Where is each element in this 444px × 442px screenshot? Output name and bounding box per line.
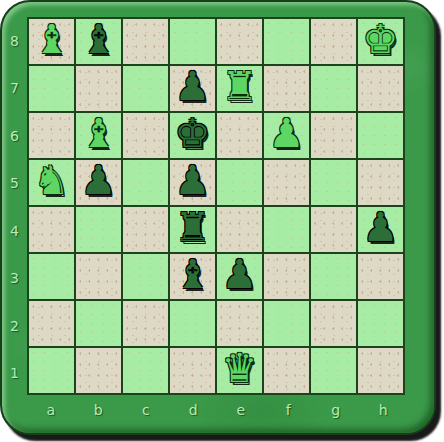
square-h6[interactable] (358, 113, 403, 158)
rank-label-3: 3 (2, 255, 27, 303)
square-e4[interactable] (217, 207, 262, 252)
rank-label-2: 2 (2, 302, 27, 350)
white-pawn-f6[interactable]: ♟ (269, 111, 305, 156)
square-c5[interactable] (123, 160, 168, 205)
square-d4[interactable]: ♜ (170, 207, 215, 252)
rank-label-6: 6 (2, 112, 27, 160)
square-d3[interactable]: ♝ (170, 254, 215, 299)
square-e3[interactable]: ♟ (217, 254, 262, 299)
square-d7[interactable]: ♟ (170, 66, 215, 111)
file-label-b: b (75, 395, 123, 425)
white-bishop-b6[interactable]: ♝ (81, 111, 117, 156)
square-c3[interactable] (123, 254, 168, 299)
square-e7[interactable]: ♜ (217, 66, 262, 111)
square-e2[interactable] (217, 301, 262, 346)
square-g4[interactable] (311, 207, 356, 252)
black-bishop-d3[interactable]: ♝ (175, 252, 211, 297)
square-e1[interactable]: ♛ (217, 348, 262, 393)
file-label-d: d (170, 395, 218, 425)
white-knight-a5[interactable]: ♞ (34, 158, 70, 203)
square-h2[interactable] (358, 301, 403, 346)
chess-app-window: 87654321 abcdefgh ♝♝♚♟♜♝♚♟♞♟♟♜♟♝♟♛ (0, 0, 444, 442)
square-a7[interactable] (29, 66, 74, 111)
rank-label-8: 8 (2, 17, 27, 65)
black-bishop-b8[interactable]: ♝ (81, 17, 117, 62)
file-label-a: a (27, 395, 75, 425)
white-king-h8[interactable]: ♚ (363, 17, 399, 62)
black-king-d6[interactable]: ♚ (175, 111, 211, 156)
square-d1[interactable] (170, 348, 215, 393)
square-a3[interactable] (29, 254, 74, 299)
square-g7[interactable] (311, 66, 356, 111)
file-label-h: h (360, 395, 408, 425)
square-d6[interactable]: ♚ (170, 113, 215, 158)
rank-label-5: 5 (2, 160, 27, 208)
file-label-e: e (217, 395, 265, 425)
square-g1[interactable] (311, 348, 356, 393)
square-c7[interactable] (123, 66, 168, 111)
black-pawn-b5[interactable]: ♟ (81, 158, 117, 203)
square-f2[interactable] (264, 301, 309, 346)
square-b5[interactable]: ♟ (76, 160, 121, 205)
square-g6[interactable] (311, 113, 356, 158)
square-f7[interactable] (264, 66, 309, 111)
square-h5[interactable] (358, 160, 403, 205)
rank-labels: 87654321 (2, 17, 27, 397)
white-bishop-a8[interactable]: ♝ (34, 17, 70, 62)
square-f6[interactable]: ♟ (264, 113, 309, 158)
rank-label-4: 4 (2, 207, 27, 255)
square-g5[interactable] (311, 160, 356, 205)
square-h4[interactable]: ♟ (358, 207, 403, 252)
black-pawn-e3[interactable]: ♟ (222, 252, 258, 297)
black-pawn-d7[interactable]: ♟ (175, 64, 211, 109)
square-e5[interactable] (217, 160, 262, 205)
board-frame: 87654321 abcdefgh ♝♝♚♟♜♝♚♟♞♟♟♜♟♝♟♛ (0, 0, 436, 435)
square-c1[interactable] (123, 348, 168, 393)
square-d8[interactable] (170, 19, 215, 64)
chess-board: ♝♝♚♟♜♝♚♟♞♟♟♜♟♝♟♛ (27, 17, 405, 395)
square-c2[interactable] (123, 301, 168, 346)
square-f5[interactable] (264, 160, 309, 205)
square-h7[interactable] (358, 66, 403, 111)
square-h8[interactable]: ♚ (358, 19, 403, 64)
white-queen-e1[interactable]: ♛ (222, 346, 258, 391)
square-b3[interactable] (76, 254, 121, 299)
square-a5[interactable]: ♞ (29, 160, 74, 205)
square-g2[interactable] (311, 301, 356, 346)
square-e8[interactable] (217, 19, 262, 64)
square-b6[interactable]: ♝ (76, 113, 121, 158)
square-a4[interactable] (29, 207, 74, 252)
square-g3[interactable] (311, 254, 356, 299)
file-label-c: c (122, 395, 170, 425)
square-f3[interactable] (264, 254, 309, 299)
white-rook-e7[interactable]: ♜ (222, 64, 258, 109)
rank-label-1: 1 (2, 350, 27, 398)
square-h1[interactable] (358, 348, 403, 393)
black-rook-d4[interactable]: ♜ (175, 205, 211, 250)
square-c8[interactable] (123, 19, 168, 64)
square-f8[interactable] (264, 19, 309, 64)
square-b4[interactable] (76, 207, 121, 252)
square-b2[interactable] (76, 301, 121, 346)
square-d5[interactable]: ♟ (170, 160, 215, 205)
square-a6[interactable] (29, 113, 74, 158)
black-pawn-h4[interactable]: ♟ (363, 205, 399, 250)
square-a1[interactable] (29, 348, 74, 393)
square-a2[interactable] (29, 301, 74, 346)
square-b1[interactable] (76, 348, 121, 393)
square-c4[interactable] (123, 207, 168, 252)
square-f1[interactable] (264, 348, 309, 393)
rank-label-7: 7 (2, 65, 27, 113)
file-label-f: f (265, 395, 313, 425)
square-b8[interactable]: ♝ (76, 19, 121, 64)
square-f4[interactable] (264, 207, 309, 252)
square-g8[interactable] (311, 19, 356, 64)
square-e6[interactable] (217, 113, 262, 158)
square-h3[interactable] (358, 254, 403, 299)
file-label-g: g (312, 395, 360, 425)
square-d2[interactable] (170, 301, 215, 346)
square-c6[interactable] (123, 113, 168, 158)
square-b7[interactable] (76, 66, 121, 111)
file-labels: abcdefgh (27, 395, 407, 425)
square-a8[interactable]: ♝ (29, 19, 74, 64)
black-pawn-d5[interactable]: ♟ (175, 158, 211, 203)
